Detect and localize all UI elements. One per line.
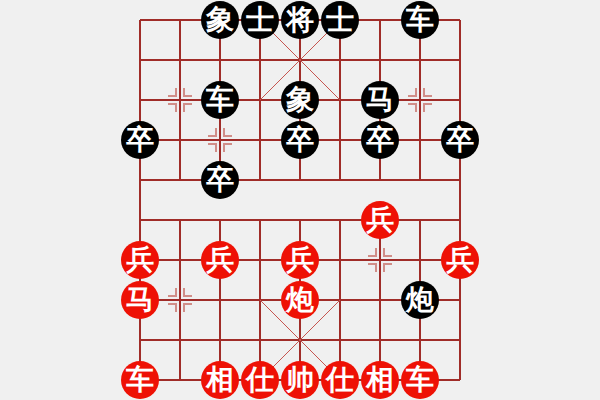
piece-black-soldier[interactable]: 卒 bbox=[281, 121, 319, 159]
piece-red-general[interactable]: 帅 bbox=[281, 361, 319, 399]
piece-red-advisor[interactable]: 仕 bbox=[241, 361, 279, 399]
piece-black-cannon[interactable]: 炮 bbox=[401, 281, 439, 319]
piece-black-advisor[interactable]: 士 bbox=[321, 1, 359, 39]
piece-black-chariot[interactable]: 车 bbox=[401, 1, 439, 39]
piece-black-soldier[interactable]: 卒 bbox=[121, 121, 159, 159]
piece-black-general[interactable]: 将 bbox=[281, 1, 319, 39]
piece-red-cannon[interactable]: 炮 bbox=[281, 281, 319, 319]
piece-red-advisor[interactable]: 仕 bbox=[321, 361, 359, 399]
piece-red-soldier[interactable]: 兵 bbox=[441, 241, 479, 279]
piece-red-chariot[interactable]: 车 bbox=[401, 361, 439, 399]
xiangqi-board[interactable]: 象士将士车车象马卒卒卒卒卒兵兵兵兵兵马炮炮车相仕帅仕相车 bbox=[120, 0, 480, 400]
screen: 象士将士车车象马卒卒卒卒卒兵兵兵兵兵马炮炮车相仕帅仕相车 bbox=[0, 0, 600, 400]
piece-red-soldier[interactable]: 兵 bbox=[281, 241, 319, 279]
piece-red-soldier[interactable]: 兵 bbox=[361, 201, 399, 239]
piece-black-horse[interactable]: 马 bbox=[361, 81, 399, 119]
piece-red-elephant[interactable]: 相 bbox=[201, 361, 239, 399]
piece-red-soldier[interactable]: 兵 bbox=[201, 241, 239, 279]
piece-black-soldier[interactable]: 卒 bbox=[201, 161, 239, 199]
piece-red-horse[interactable]: 马 bbox=[121, 281, 159, 319]
piece-black-elephant[interactable]: 象 bbox=[201, 1, 239, 39]
piece-red-soldier[interactable]: 兵 bbox=[121, 241, 159, 279]
piece-black-elephant[interactable]: 象 bbox=[281, 81, 319, 119]
pieces-layer: 象士将士车车象马卒卒卒卒卒兵兵兵兵兵马炮炮车相仕帅仕相车 bbox=[120, 0, 480, 400]
piece-red-chariot[interactable]: 车 bbox=[121, 361, 159, 399]
piece-black-advisor[interactable]: 士 bbox=[241, 1, 279, 39]
piece-black-soldier[interactable]: 卒 bbox=[361, 121, 399, 159]
piece-black-soldier[interactable]: 卒 bbox=[441, 121, 479, 159]
piece-black-chariot[interactable]: 车 bbox=[201, 81, 239, 119]
piece-red-elephant[interactable]: 相 bbox=[361, 361, 399, 399]
